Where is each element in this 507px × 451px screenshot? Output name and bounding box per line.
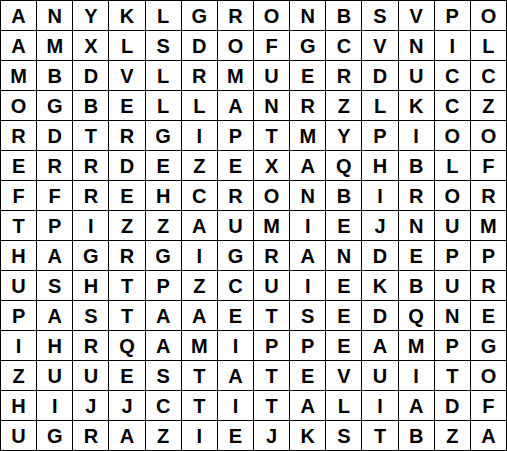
grid-cell-r5c13[interactable]: O (435, 121, 470, 150)
grid-cell-r2c8[interactable]: F (254, 31, 289, 60)
grid-cell-r2c6[interactable]: D (182, 31, 217, 60)
grid-cell-r9c14[interactable]: P (471, 241, 506, 270)
grid-cell-r15c2[interactable]: G (37, 421, 72, 450)
grid-cell-r13c10[interactable]: V (326, 361, 361, 390)
grid-cell-r4c6[interactable]: L (182, 91, 217, 120)
grid-cell-r14c11[interactable]: I (362, 391, 397, 420)
grid-cell-r5c5[interactable]: G (146, 121, 181, 150)
grid-cell-r4c5[interactable]: L (146, 91, 181, 120)
grid-cell-r13c9[interactable]: E (290, 361, 325, 390)
grid-cell-r8c12[interactable]: N (399, 211, 434, 240)
grid-cell-r5c11[interactable]: P (362, 121, 397, 150)
grid-cell-r2c3[interactable]: X (73, 31, 108, 60)
grid-cell-r8c13[interactable]: U (435, 211, 470, 240)
grid-cell-r2c11[interactable]: V (362, 31, 397, 60)
grid-cell-r14c5[interactable]: C (146, 391, 181, 420)
grid-cell-r13c7[interactable]: A (218, 361, 253, 390)
grid-cell-r4c9[interactable]: R (290, 91, 325, 120)
grid-cell-r7c3[interactable]: R (73, 181, 108, 210)
grid-cell-r3c10[interactable]: R (326, 61, 361, 90)
grid-cell-r8c10[interactable]: E (326, 211, 361, 240)
grid-cell-r11c13[interactable]: N (435, 301, 470, 330)
grid-cell-r1c14[interactable]: O (471, 1, 506, 30)
grid-cell-r15c4[interactable]: A (109, 421, 144, 450)
grid-cell-r6c1[interactable]: E (1, 151, 36, 180)
grid-cell-r2c7[interactable]: O (218, 31, 253, 60)
grid-cell-r9c12[interactable]: E (399, 241, 434, 270)
grid-cell-r10c11[interactable]: K (362, 271, 397, 300)
grid-cell-r6c3[interactable]: R (73, 151, 108, 180)
grid-cell-r14c6[interactable]: T (182, 391, 217, 420)
grid-cell-r12c13[interactable]: P (435, 331, 470, 360)
grid-cell-r12c11[interactable]: A (362, 331, 397, 360)
grid-cell-r11c5[interactable]: A (146, 301, 181, 330)
grid-cell-r8c8[interactable]: M (254, 211, 289, 240)
grid-cell-r8c5[interactable]: Z (146, 211, 181, 240)
grid-cell-r9c4[interactable]: R (109, 241, 144, 270)
grid-cell-r5c1[interactable]: R (1, 121, 36, 150)
grid-cell-r2c12[interactable]: N (399, 31, 434, 60)
grid-cell-r13c14[interactable]: O (471, 361, 506, 390)
grid-cell-r1c12[interactable]: V (399, 1, 434, 30)
grid-cell-r13c8[interactable]: T (254, 361, 289, 390)
grid-cell-r4c7[interactable]: A (218, 91, 253, 120)
grid-cell-r12c8[interactable]: P (254, 331, 289, 360)
grid-cell-r5c2[interactable]: D (37, 121, 72, 150)
grid-cell-r2c13[interactable]: I (435, 31, 470, 60)
grid-cell-r11c3[interactable]: S (73, 301, 108, 330)
grid-cell-r10c6[interactable]: Z (182, 271, 217, 300)
grid-cell-r1c1[interactable]: A (1, 1, 36, 30)
grid-cell-r14c2[interactable]: I (37, 391, 72, 420)
word-search-grid: ANYKLGRONBSVPOAMXLSDOFGCVNILMBDVLRMUERDU… (0, 0, 507, 451)
grid-cell-r12c12[interactable]: M (399, 331, 434, 360)
grid-cell-r3c6[interactable]: R (182, 61, 217, 90)
grid-cell-r11c12[interactable]: Q (399, 301, 434, 330)
grid-cell-r7c11[interactable]: I (362, 181, 397, 210)
grid-cell-r12c3[interactable]: R (73, 331, 108, 360)
grid-cell-r3c12[interactable]: U (399, 61, 434, 90)
grid-cell-r7c14[interactable]: R (471, 181, 506, 210)
grid-cell-r7c5[interactable]: H (146, 181, 181, 210)
grid-cell-r10c13[interactable]: U (435, 271, 470, 300)
grid-cell-r13c12[interactable]: I (399, 361, 434, 390)
grid-cell-r12c14[interactable]: G (471, 331, 506, 360)
grid-cell-r13c11[interactable]: U (362, 361, 397, 390)
grid-cell-r6c14[interactable]: F (471, 151, 506, 180)
grid-cell-r3c11[interactable]: D (362, 61, 397, 90)
grid-cell-r2c4[interactable]: L (109, 31, 144, 60)
grid-cell-r12c4[interactable]: Q (109, 331, 144, 360)
grid-cell-r15c1[interactable]: U (1, 421, 36, 450)
grid-cell-r13c5[interactable]: S (146, 361, 181, 390)
grid-cell-r11c9[interactable]: S (290, 301, 325, 330)
grid-cell-r10c1[interactable]: U (1, 271, 36, 300)
grid-cell-r8c7[interactable]: U (218, 211, 253, 240)
grid-cell-r15c13[interactable]: Z (435, 421, 470, 450)
grid-cell-r6c5[interactable]: E (146, 151, 181, 180)
grid-cell-r14c7[interactable]: I (218, 391, 253, 420)
grid-cell-r13c4[interactable]: E (109, 361, 144, 390)
grid-cell-r3c3[interactable]: D (73, 61, 108, 90)
grid-cell-r10c12[interactable]: B (399, 271, 434, 300)
grid-cell-r13c2[interactable]: U (37, 361, 72, 390)
grid-cell-r4c10[interactable]: Z (326, 91, 361, 120)
grid-cell-r4c2[interactable]: G (37, 91, 72, 120)
grid-cell-r3c4[interactable]: V (109, 61, 144, 90)
grid-cell-r11c1[interactable]: P (1, 301, 36, 330)
grid-cell-r4c14[interactable]: Z (471, 91, 506, 120)
grid-cell-r3c14[interactable]: C (471, 61, 506, 90)
grid-cell-r14c4[interactable]: J (109, 391, 144, 420)
grid-cell-r7c10[interactable]: B (326, 181, 361, 210)
grid-cell-r12c2[interactable]: H (37, 331, 72, 360)
grid-cell-r6c9[interactable]: A (290, 151, 325, 180)
grid-cell-r1c2[interactable]: N (37, 1, 72, 30)
grid-cell-r10c5[interactable]: P (146, 271, 181, 300)
grid-cell-r3c8[interactable]: U (254, 61, 289, 90)
grid-cell-r8c9[interactable]: I (290, 211, 325, 240)
grid-cell-r14c13[interactable]: D (435, 391, 470, 420)
grid-cell-r11c6[interactable]: A (182, 301, 217, 330)
grid-cell-r1c6[interactable]: G (182, 1, 217, 30)
grid-cell-r13c13[interactable]: T (435, 361, 470, 390)
grid-cell-r8c6[interactable]: A (182, 211, 217, 240)
grid-cell-r12c6[interactable]: M (182, 331, 217, 360)
grid-cell-r11c4[interactable]: T (109, 301, 144, 330)
grid-cell-r11c2[interactable]: A (37, 301, 72, 330)
grid-cell-r1c3[interactable]: Y (73, 1, 108, 30)
grid-cell-r6c2[interactable]: R (37, 151, 72, 180)
grid-cell-r5c10[interactable]: Y (326, 121, 361, 150)
grid-cell-r4c4[interactable]: E (109, 91, 144, 120)
grid-cell-r6c8[interactable]: X (254, 151, 289, 180)
grid-cell-r4c1[interactable]: O (1, 91, 36, 120)
grid-cell-r8c11[interactable]: J (362, 211, 397, 240)
grid-cell-r4c8[interactable]: N (254, 91, 289, 120)
grid-cell-r2c5[interactable]: S (146, 31, 181, 60)
grid-cell-r12c9[interactable]: P (290, 331, 325, 360)
grid-cell-r9c9[interactable]: A (290, 241, 325, 270)
grid-cell-r11c7[interactable]: E (218, 301, 253, 330)
grid-cell-r3c13[interactable]: C (435, 61, 470, 90)
grid-cell-r9c2[interactable]: A (37, 241, 72, 270)
grid-cell-r6c6[interactable]: Z (182, 151, 217, 180)
grid-cell-r8c2[interactable]: P (37, 211, 72, 240)
grid-cell-r6c7[interactable]: E (218, 151, 253, 180)
grid-cell-r11c11[interactable]: D (362, 301, 397, 330)
grid-cell-r7c6[interactable]: C (182, 181, 217, 210)
grid-cell-r12c1[interactable]: I (1, 331, 36, 360)
grid-cell-r9c5[interactable]: G (146, 241, 181, 270)
grid-cell-r14c12[interactable]: A (399, 391, 434, 420)
grid-cell-r15c9[interactable]: K (290, 421, 325, 450)
grid-cell-r1c8[interactable]: O (254, 1, 289, 30)
grid-cell-r15c11[interactable]: T (362, 421, 397, 450)
grid-cell-r5c4[interactable]: R (109, 121, 144, 150)
grid-cell-r13c1[interactable]: Z (1, 361, 36, 390)
grid-cell-r6c12[interactable]: B (399, 151, 434, 180)
grid-cell-r15c7[interactable]: E (218, 421, 253, 450)
grid-cell-r7c2[interactable]: F (37, 181, 72, 210)
grid-cell-r7c9[interactable]: N (290, 181, 325, 210)
grid-cell-r2c9[interactable]: G (290, 31, 325, 60)
grid-cell-r9c7[interactable]: G (218, 241, 253, 270)
grid-cell-r5c3[interactable]: T (73, 121, 108, 150)
grid-cell-r4c12[interactable]: K (399, 91, 434, 120)
grid-cell-r4c11[interactable]: L (362, 91, 397, 120)
grid-cell-r10c14[interactable]: R (471, 271, 506, 300)
grid-cell-r10c9[interactable]: I (290, 271, 325, 300)
grid-cell-r4c3[interactable]: B (73, 91, 108, 120)
grid-cell-r14c14[interactable]: F (471, 391, 506, 420)
grid-cell-r12c5[interactable]: A (146, 331, 181, 360)
grid-cell-r9c13[interactable]: P (435, 241, 470, 270)
grid-cell-r11c14[interactable]: E (471, 301, 506, 330)
grid-cell-r1c7[interactable]: R (218, 1, 253, 30)
grid-cell-r15c5[interactable]: Z (146, 421, 181, 450)
grid-cell-r15c14[interactable]: A (471, 421, 506, 450)
grid-cell-r1c9[interactable]: N (290, 1, 325, 30)
grid-cell-r2c1[interactable]: A (1, 31, 36, 60)
grid-cell-r5c8[interactable]: T (254, 121, 289, 150)
grid-cell-r3c5[interactable]: L (146, 61, 181, 90)
grid-cell-r13c3[interactable]: U (73, 361, 108, 390)
grid-cell-r11c8[interactable]: T (254, 301, 289, 330)
grid-cell-r14c1[interactable]: H (1, 391, 36, 420)
grid-cell-r15c10[interactable]: S (326, 421, 361, 450)
grid-cell-r6c10[interactable]: Q (326, 151, 361, 180)
grid-cell-r14c9[interactable]: A (290, 391, 325, 420)
grid-cell-r3c9[interactable]: E (290, 61, 325, 90)
grid-cell-r9c1[interactable]: H (1, 241, 36, 270)
grid-cell-r7c13[interactable]: O (435, 181, 470, 210)
grid-cell-r6c13[interactable]: L (435, 151, 470, 180)
grid-cell-r14c3[interactable]: J (73, 391, 108, 420)
grid-cell-r1c13[interactable]: P (435, 1, 470, 30)
grid-cell-r5c9[interactable]: M (290, 121, 325, 150)
grid-cell-r2c10[interactable]: C (326, 31, 361, 60)
grid-cell-r8c14[interactable]: M (471, 211, 506, 240)
grid-cell-r6c4[interactable]: D (109, 151, 144, 180)
grid-cell-r7c12[interactable]: R (399, 181, 434, 210)
grid-cell-r7c1[interactable]: F (1, 181, 36, 210)
grid-cell-r9c10[interactable]: N (326, 241, 361, 270)
grid-cell-r8c3[interactable]: I (73, 211, 108, 240)
grid-cell-r4c13[interactable]: C (435, 91, 470, 120)
grid-cell-r10c7[interactable]: C (218, 271, 253, 300)
grid-cell-r14c10[interactable]: L (326, 391, 361, 420)
grid-cell-r2c2[interactable]: M (37, 31, 72, 60)
grid-cell-r5c14[interactable]: O (471, 121, 506, 150)
grid-cell-r9c3[interactable]: G (73, 241, 108, 270)
grid-cell-r11c10[interactable]: E (326, 301, 361, 330)
grid-cell-r6c11[interactable]: H (362, 151, 397, 180)
grid-cell-r8c1[interactable]: T (1, 211, 36, 240)
grid-cell-r5c12[interactable]: I (399, 121, 434, 150)
grid-cell-r10c4[interactable]: T (109, 271, 144, 300)
grid-cell-r12c7[interactable]: I (218, 331, 253, 360)
grid-cell-r3c2[interactable]: B (37, 61, 72, 90)
grid-cell-r2c14[interactable]: L (471, 31, 506, 60)
grid-cell-r5c6[interactable]: I (182, 121, 217, 150)
grid-cell-r15c12[interactable]: B (399, 421, 434, 450)
grid-cell-r1c10[interactable]: B (326, 1, 361, 30)
grid-cell-r7c7[interactable]: R (218, 181, 253, 210)
grid-cell-r1c5[interactable]: L (146, 1, 181, 30)
grid-cell-r9c11[interactable]: D (362, 241, 397, 270)
grid-cell-r10c2[interactable]: S (37, 271, 72, 300)
grid-cell-r14c8[interactable]: T (254, 391, 289, 420)
grid-cell-r10c10[interactable]: E (326, 271, 361, 300)
grid-cell-r7c8[interactable]: O (254, 181, 289, 210)
grid-cell-r15c6[interactable]: I (182, 421, 217, 450)
grid-cell-r7c4[interactable]: E (109, 181, 144, 210)
grid-cell-r1c4[interactable]: K (109, 1, 144, 30)
grid-cell-r5c7[interactable]: P (218, 121, 253, 150)
grid-cell-r3c7[interactable]: M (218, 61, 253, 90)
grid-cell-r10c8[interactable]: U (254, 271, 289, 300)
grid-cell-r15c8[interactable]: J (254, 421, 289, 450)
grid-cell-r8c4[interactable]: Z (109, 211, 144, 240)
grid-cell-r13c6[interactable]: T (182, 361, 217, 390)
grid-cell-r9c6[interactable]: I (182, 241, 217, 270)
grid-cell-r10c3[interactable]: H (73, 271, 108, 300)
grid-cell-r1c11[interactable]: S (362, 1, 397, 30)
grid-cell-r12c10[interactable]: E (326, 331, 361, 360)
grid-cell-r9c8[interactable]: R (254, 241, 289, 270)
grid-cell-r15c3[interactable]: R (73, 421, 108, 450)
grid-cell-r3c1[interactable]: M (1, 61, 36, 90)
